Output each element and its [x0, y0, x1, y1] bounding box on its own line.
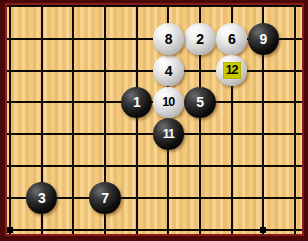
move-number: 5 — [196, 95, 203, 109]
move-number: 7 — [101, 191, 108, 205]
stone-white-4[interactable]: 4 — [153, 55, 185, 87]
stone-white-12[interactable]: 12 — [216, 55, 248, 87]
stone-white-2[interactable]: 2 — [184, 23, 216, 55]
stone-white-8[interactable]: 8 — [153, 23, 185, 55]
stone-white-10[interactable]: 10 — [153, 87, 185, 119]
stone-black-7[interactable]: 7 — [89, 182, 121, 214]
stone-cell: 3 — [26, 182, 58, 214]
star-point-cell — [7, 214, 26, 234]
move-number-highlighted: 12 — [224, 63, 240, 78]
stone-cell: 6 — [216, 23, 248, 55]
move-number: 1 — [133, 95, 140, 109]
stone-cell: 11 — [152, 118, 184, 150]
go-board[interactable]: 123456789101112 — [7, 5, 302, 234]
stone-cell: 7 — [89, 182, 121, 214]
stone-white-6[interactable]: 6 — [216, 23, 248, 55]
stone-black-11[interactable]: 11 — [153, 118, 185, 150]
stone-cell: 8 — [152, 23, 184, 55]
star-point — [260, 227, 266, 233]
stone-cell: 12 — [216, 55, 248, 87]
stone-cell: 1 — [121, 87, 153, 119]
move-number: 8 — [165, 32, 172, 46]
stone-cell: 2 — [184, 23, 216, 55]
stone-black-5[interactable]: 5 — [184, 87, 216, 119]
star-point-cell — [247, 214, 279, 234]
stone-cell: 9 — [247, 23, 279, 55]
star-point — [7, 227, 13, 233]
stone-cell: 10 — [152, 87, 184, 119]
move-number: 11 — [163, 128, 174, 141]
stone-black-9[interactable]: 9 — [248, 23, 280, 55]
move-number: 2 — [196, 32, 203, 46]
move-number: 10 — [162, 96, 174, 109]
move-number: 9 — [260, 32, 267, 46]
stone-black-1[interactable]: 1 — [121, 87, 153, 119]
stones-grid: 123456789101112 — [7, 5, 302, 234]
move-number: 3 — [38, 191, 45, 205]
move-number: 4 — [165, 64, 172, 78]
go-diagram-frame: 123456789101112 — [0, 0, 308, 241]
stone-cell: 4 — [152, 55, 184, 87]
move-number: 6 — [228, 32, 235, 46]
stone-cell: 5 — [184, 87, 216, 119]
stone-black-3[interactable]: 3 — [26, 182, 58, 214]
